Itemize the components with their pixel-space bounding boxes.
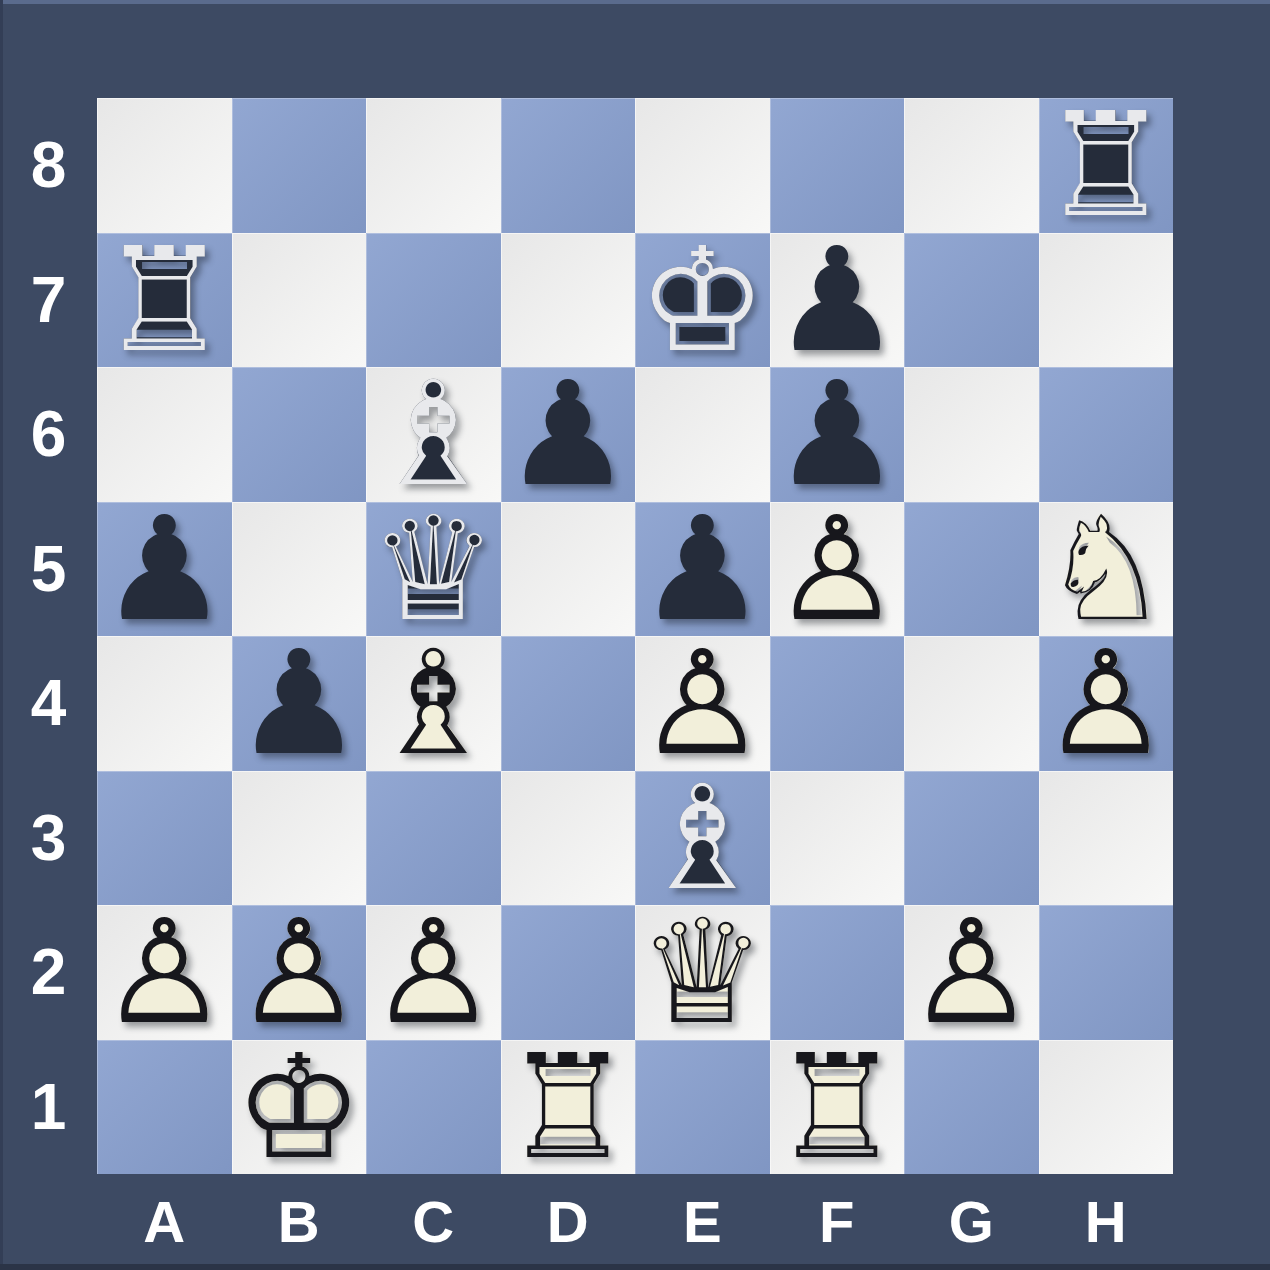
square-d6[interactable]: ♟ <box>501 367 636 502</box>
square-h7[interactable] <box>1039 233 1174 368</box>
square-d2[interactable] <box>501 905 636 1040</box>
square-e6[interactable] <box>635 367 770 502</box>
piece-white-rook-d1[interactable]: ♜♖ <box>501 1040 636 1175</box>
black-rook-outline: ♖ <box>100 228 229 372</box>
piece-white-knight-h5[interactable]: ♞♘ <box>1039 502 1174 637</box>
square-c8[interactable] <box>366 98 501 233</box>
file-label-e: E <box>635 1173 770 1270</box>
square-a2[interactable]: ♟♙ <box>97 905 232 1040</box>
piece-white-king-b1[interactable]: ♚♔ <box>232 1040 367 1175</box>
piece-black-pawn-e5[interactable]: ♟ <box>635 502 770 637</box>
square-a6[interactable] <box>97 367 232 502</box>
square-c4[interactable]: ♝♗ <box>366 636 501 771</box>
file-label-h: H <box>1039 1173 1174 1270</box>
square-a7[interactable]: ♜♖ <box>97 233 232 368</box>
board-grid: ♜♖♜♖♚♔♟♝♗♟♟♟♛♕♟♟♙♞♘♟♝♗♟♙♟♙♝♗♟♙♟♙♟♙♛♕♟♙♚♔… <box>97 98 1173 1174</box>
square-f3[interactable] <box>770 771 905 906</box>
piece-black-pawn-f6[interactable]: ♟ <box>770 367 905 502</box>
piece-white-pawn-e4[interactable]: ♟♙ <box>635 636 770 771</box>
black-rook-outline: ♖ <box>1041 93 1170 237</box>
piece-black-bishop-c6[interactable]: ♝♗ <box>366 367 501 502</box>
white-queen-outline: ♕ <box>638 900 767 1044</box>
white-king-outline: ♔ <box>234 1035 363 1179</box>
square-c1[interactable] <box>366 1040 501 1175</box>
square-h5[interactable]: ♞♘ <box>1039 502 1174 637</box>
square-e5[interactable]: ♟ <box>635 502 770 637</box>
piece-white-pawn-g2[interactable]: ♟♙ <box>904 905 1039 1040</box>
piece-black-queen-c5[interactable]: ♛♕ <box>366 502 501 637</box>
file-label-b: B <box>232 1173 367 1270</box>
file-label-c: C <box>366 1173 501 1270</box>
square-b6[interactable] <box>232 367 367 502</box>
rank-label-3: 3 <box>0 771 97 906</box>
piece-black-pawn-d6[interactable]: ♟ <box>501 367 636 502</box>
white-bishop-outline: ♗ <box>369 631 498 775</box>
rank-label-5: 5 <box>0 502 97 637</box>
file-label-g: G <box>904 1173 1039 1270</box>
white-rook-outline: ♖ <box>503 1035 632 1179</box>
square-h4[interactable]: ♟♙ <box>1039 636 1174 771</box>
square-g3[interactable] <box>904 771 1039 906</box>
piece-white-pawn-f5[interactable]: ♟♙ <box>770 502 905 637</box>
square-f2[interactable] <box>770 905 905 1040</box>
square-h6[interactable] <box>1039 367 1174 502</box>
square-c3[interactable] <box>366 771 501 906</box>
square-e8[interactable] <box>635 98 770 233</box>
piece-black-rook-a7[interactable]: ♜♖ <box>97 233 232 368</box>
piece-white-pawn-b2[interactable]: ♟♙ <box>232 905 367 1040</box>
piece-white-pawn-h4[interactable]: ♟♙ <box>1039 636 1174 771</box>
square-d8[interactable] <box>501 98 636 233</box>
square-h3[interactable] <box>1039 771 1174 906</box>
rank-label-7: 7 <box>0 233 97 368</box>
rank-label-8: 8 <box>0 98 97 233</box>
square-d1[interactable]: ♜♖ <box>501 1040 636 1175</box>
file-labels: ABCDEFGH <box>97 1173 1173 1270</box>
square-a8[interactable] <box>97 98 232 233</box>
square-g8[interactable] <box>904 98 1039 233</box>
square-d3[interactable] <box>501 771 636 906</box>
white-pawn-outline: ♙ <box>369 900 498 1044</box>
rank-label-1: 1 <box>0 1040 97 1175</box>
piece-white-pawn-c2[interactable]: ♟♙ <box>366 905 501 1040</box>
square-a5[interactable]: ♟ <box>97 502 232 637</box>
rank-label-2: 2 <box>0 905 97 1040</box>
piece-white-rook-f1[interactable]: ♜♖ <box>770 1040 905 1175</box>
file-label-d: D <box>501 1173 636 1270</box>
chess-board-widget: { "game": "chess", "board": { "files": [… <box>0 0 1270 1270</box>
square-e4[interactable]: ♟♙ <box>635 636 770 771</box>
piece-black-king-e7[interactable]: ♚♔ <box>635 233 770 368</box>
rank-label-6: 6 <box>0 367 97 502</box>
square-e3[interactable]: ♝♗ <box>635 771 770 906</box>
square-g7[interactable] <box>904 233 1039 368</box>
piece-black-pawn-b4[interactable]: ♟ <box>232 636 367 771</box>
square-c7[interactable] <box>366 233 501 368</box>
square-g6[interactable] <box>904 367 1039 502</box>
white-pawn-outline: ♙ <box>907 900 1036 1044</box>
white-pawn-outline: ♙ <box>772 497 901 641</box>
white-pawn-outline: ♙ <box>1041 631 1170 775</box>
square-b5[interactable] <box>232 502 367 637</box>
square-b8[interactable] <box>232 98 367 233</box>
square-a1[interactable] <box>97 1040 232 1175</box>
square-b3[interactable] <box>232 771 367 906</box>
square-a4[interactable] <box>97 636 232 771</box>
white-pawn-outline: ♙ <box>100 900 229 1044</box>
square-f1[interactable]: ♜♖ <box>770 1040 905 1175</box>
rank-label-4: 4 <box>0 636 97 771</box>
black-pawn-glyph: ♟ <box>100 497 229 641</box>
piece-white-bishop-c4[interactable]: ♝♗ <box>366 636 501 771</box>
square-b1[interactable]: ♚♔ <box>232 1040 367 1175</box>
square-h1[interactable] <box>1039 1040 1174 1175</box>
black-king-outline: ♔ <box>638 228 767 372</box>
file-label-a: A <box>97 1173 232 1270</box>
file-label-f: F <box>770 1173 905 1270</box>
piece-black-rook-h8[interactable]: ♜♖ <box>1039 98 1174 233</box>
piece-black-pawn-f7[interactable]: ♟ <box>770 233 905 368</box>
white-rook-outline: ♖ <box>772 1035 901 1179</box>
square-f5[interactable]: ♟♙ <box>770 502 905 637</box>
square-f4[interactable] <box>770 636 905 771</box>
square-d7[interactable] <box>501 233 636 368</box>
square-g2[interactable]: ♟♙ <box>904 905 1039 1040</box>
piece-black-bishop-e3[interactable]: ♝♗ <box>635 771 770 906</box>
square-c2[interactable]: ♟♙ <box>366 905 501 1040</box>
square-e2[interactable]: ♛♕ <box>635 905 770 1040</box>
square-g1[interactable] <box>904 1040 1039 1175</box>
square-b7[interactable] <box>232 233 367 368</box>
square-f6[interactable]: ♟ <box>770 367 905 502</box>
square-b4[interactable]: ♟ <box>232 636 367 771</box>
square-b2[interactable]: ♟♙ <box>232 905 367 1040</box>
square-e1[interactable] <box>635 1040 770 1175</box>
square-h2[interactable] <box>1039 905 1174 1040</box>
border-bottom-shadow <box>0 1264 1270 1270</box>
piece-white-queen-e2[interactable]: ♛♕ <box>635 905 770 1040</box>
square-e7[interactable]: ♚♔ <box>635 233 770 368</box>
square-d4[interactable] <box>501 636 636 771</box>
square-f8[interactable] <box>770 98 905 233</box>
black-pawn-glyph: ♟ <box>234 631 363 775</box>
piece-black-pawn-a5[interactable]: ♟ <box>97 502 232 637</box>
square-c6[interactable]: ♝♗ <box>366 367 501 502</box>
square-f7[interactable]: ♟ <box>770 233 905 368</box>
square-c5[interactable]: ♛♕ <box>366 502 501 637</box>
square-g5[interactable] <box>904 502 1039 637</box>
border-top-highlight <box>0 0 1270 4</box>
black-pawn-glyph: ♟ <box>503 362 632 506</box>
rank-labels: 87654321 <box>0 98 97 1174</box>
square-a3[interactable] <box>97 771 232 906</box>
square-d5[interactable] <box>501 502 636 637</box>
square-g4[interactable] <box>904 636 1039 771</box>
piece-white-pawn-a2[interactable]: ♟♙ <box>97 905 232 1040</box>
square-h8[interactable]: ♜♖ <box>1039 98 1174 233</box>
